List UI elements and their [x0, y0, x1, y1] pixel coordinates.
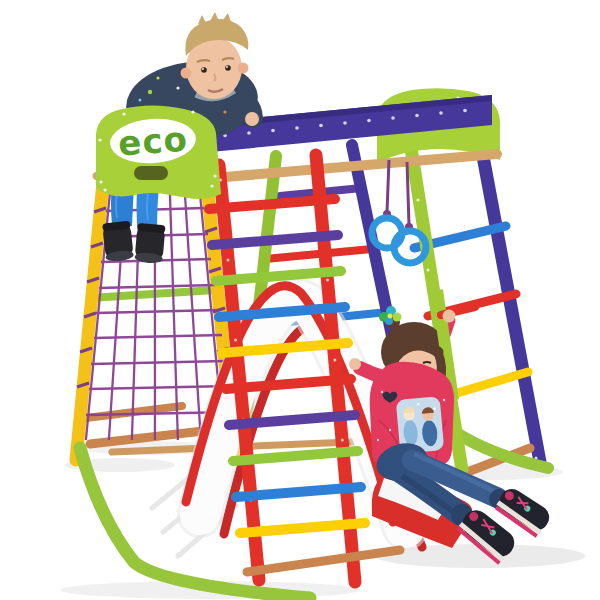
boy-boot	[134, 223, 165, 264]
ring-rope	[407, 162, 409, 225]
eco-logo-text: eco	[117, 119, 189, 164]
net-mid-green-rung	[90, 290, 215, 298]
girl-right-sleeve	[360, 368, 386, 378]
boy-boot	[102, 221, 134, 263]
product-photo: eco	[0, 0, 600, 600]
ring-rope	[387, 160, 389, 212]
eco-headboard-panel: eco	[96, 106, 221, 199]
boy-hand	[245, 112, 259, 126]
panel-handle-cutout	[134, 166, 168, 180]
front-bottom-wood-rung	[247, 550, 400, 572]
girl-hand	[349, 358, 361, 370]
floor-shadows	[60, 441, 585, 599]
play-gym-scene: eco	[0, 0, 600, 600]
girl-hand	[443, 310, 456, 323]
